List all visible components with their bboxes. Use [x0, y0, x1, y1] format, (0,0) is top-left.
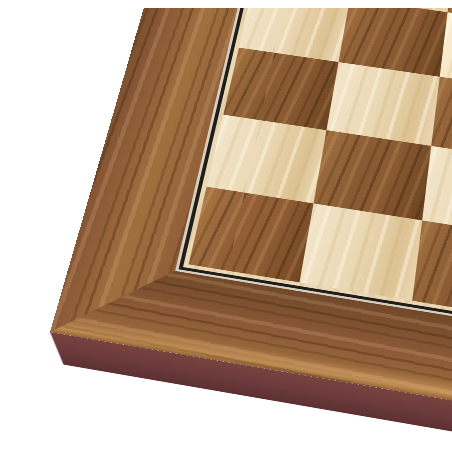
- photo-white-padding: [0, 0, 452, 8]
- product-photo-canvas: [0, 0, 452, 452]
- chess-board: [50, 0, 452, 452]
